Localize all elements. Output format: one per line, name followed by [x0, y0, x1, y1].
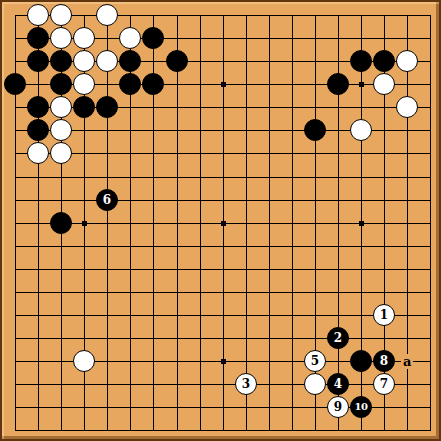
white-stone — [73, 73, 95, 95]
move-number: 6 — [103, 194, 111, 206]
move-number: 4 — [334, 378, 342, 390]
grid-line-v — [246, 15, 247, 431]
white-stone — [50, 96, 72, 118]
move-9-stone: 9 — [327, 396, 349, 418]
move-2-stone: 2 — [327, 327, 349, 349]
black-stone — [27, 119, 49, 141]
grid-line-v — [269, 15, 270, 431]
star-point — [359, 221, 364, 226]
white-stone — [396, 50, 418, 72]
grid-line-h — [15, 269, 431, 270]
black-stone — [119, 50, 141, 72]
black-stone — [27, 50, 49, 72]
move-5-stone: 5 — [304, 350, 326, 372]
black-stone — [27, 96, 49, 118]
white-stone — [396, 96, 418, 118]
point-label-a: a — [401, 354, 413, 369]
black-stone — [166, 50, 188, 72]
white-stone — [96, 4, 118, 26]
star-point — [221, 359, 226, 364]
move-number: 1 — [380, 309, 388, 321]
grid-line-h — [15, 384, 431, 385]
grid-line-h — [15, 315, 431, 316]
white-stone — [50, 119, 72, 141]
go-board: 61258347910 a — [0, 0, 441, 441]
black-stone — [27, 27, 49, 49]
white-stone — [96, 50, 118, 72]
white-stone — [373, 73, 395, 95]
move-7-stone: 7 — [373, 373, 395, 395]
black-stone — [50, 73, 72, 95]
move-number: 2 — [334, 332, 342, 344]
grid-line-h — [15, 246, 431, 247]
move-number: 9 — [334, 401, 342, 413]
white-stone — [50, 4, 72, 26]
move-number: 8 — [380, 355, 388, 367]
black-stone — [50, 212, 72, 234]
move-8-stone: 8 — [373, 350, 395, 372]
black-stone — [350, 50, 372, 72]
star-point — [359, 82, 364, 87]
move-4-stone: 4 — [327, 373, 349, 395]
grid-line-v — [407, 15, 408, 431]
grid-line-h — [15, 292, 431, 293]
move-6-stone: 6 — [96, 189, 118, 211]
white-stone — [73, 27, 95, 49]
white-stone — [73, 50, 95, 72]
black-stone — [4, 73, 26, 95]
white-stone — [27, 142, 49, 164]
grid-line-h — [15, 338, 431, 339]
black-stone — [50, 50, 72, 72]
white-stone — [50, 27, 72, 49]
black-stone — [119, 73, 141, 95]
black-stone — [373, 50, 395, 72]
black-stone — [350, 350, 372, 372]
move-number: 5 — [311, 355, 319, 367]
move-number: 3 — [242, 378, 250, 390]
star-point — [221, 221, 226, 226]
white-stone — [350, 119, 372, 141]
white-stone — [27, 4, 49, 26]
move-10-stone: 10 — [350, 396, 372, 418]
black-stone — [96, 96, 118, 118]
black-stone — [142, 73, 164, 95]
white-stone — [304, 373, 326, 395]
black-stone — [73, 96, 95, 118]
move-number: 7 — [380, 378, 388, 390]
move-number: 10 — [355, 402, 368, 412]
white-stone — [73, 350, 95, 372]
grid-line-v — [292, 15, 293, 431]
black-stone — [142, 27, 164, 49]
black-stone — [304, 119, 326, 141]
white-stone — [50, 142, 72, 164]
grid-line-v — [430, 15, 431, 431]
move-3-stone: 3 — [235, 373, 257, 395]
grid-line-h — [15, 430, 431, 431]
black-stone — [327, 73, 349, 95]
star-point — [221, 82, 226, 87]
white-stone — [119, 27, 141, 49]
move-1-stone: 1 — [373, 304, 395, 326]
star-point — [82, 221, 87, 226]
